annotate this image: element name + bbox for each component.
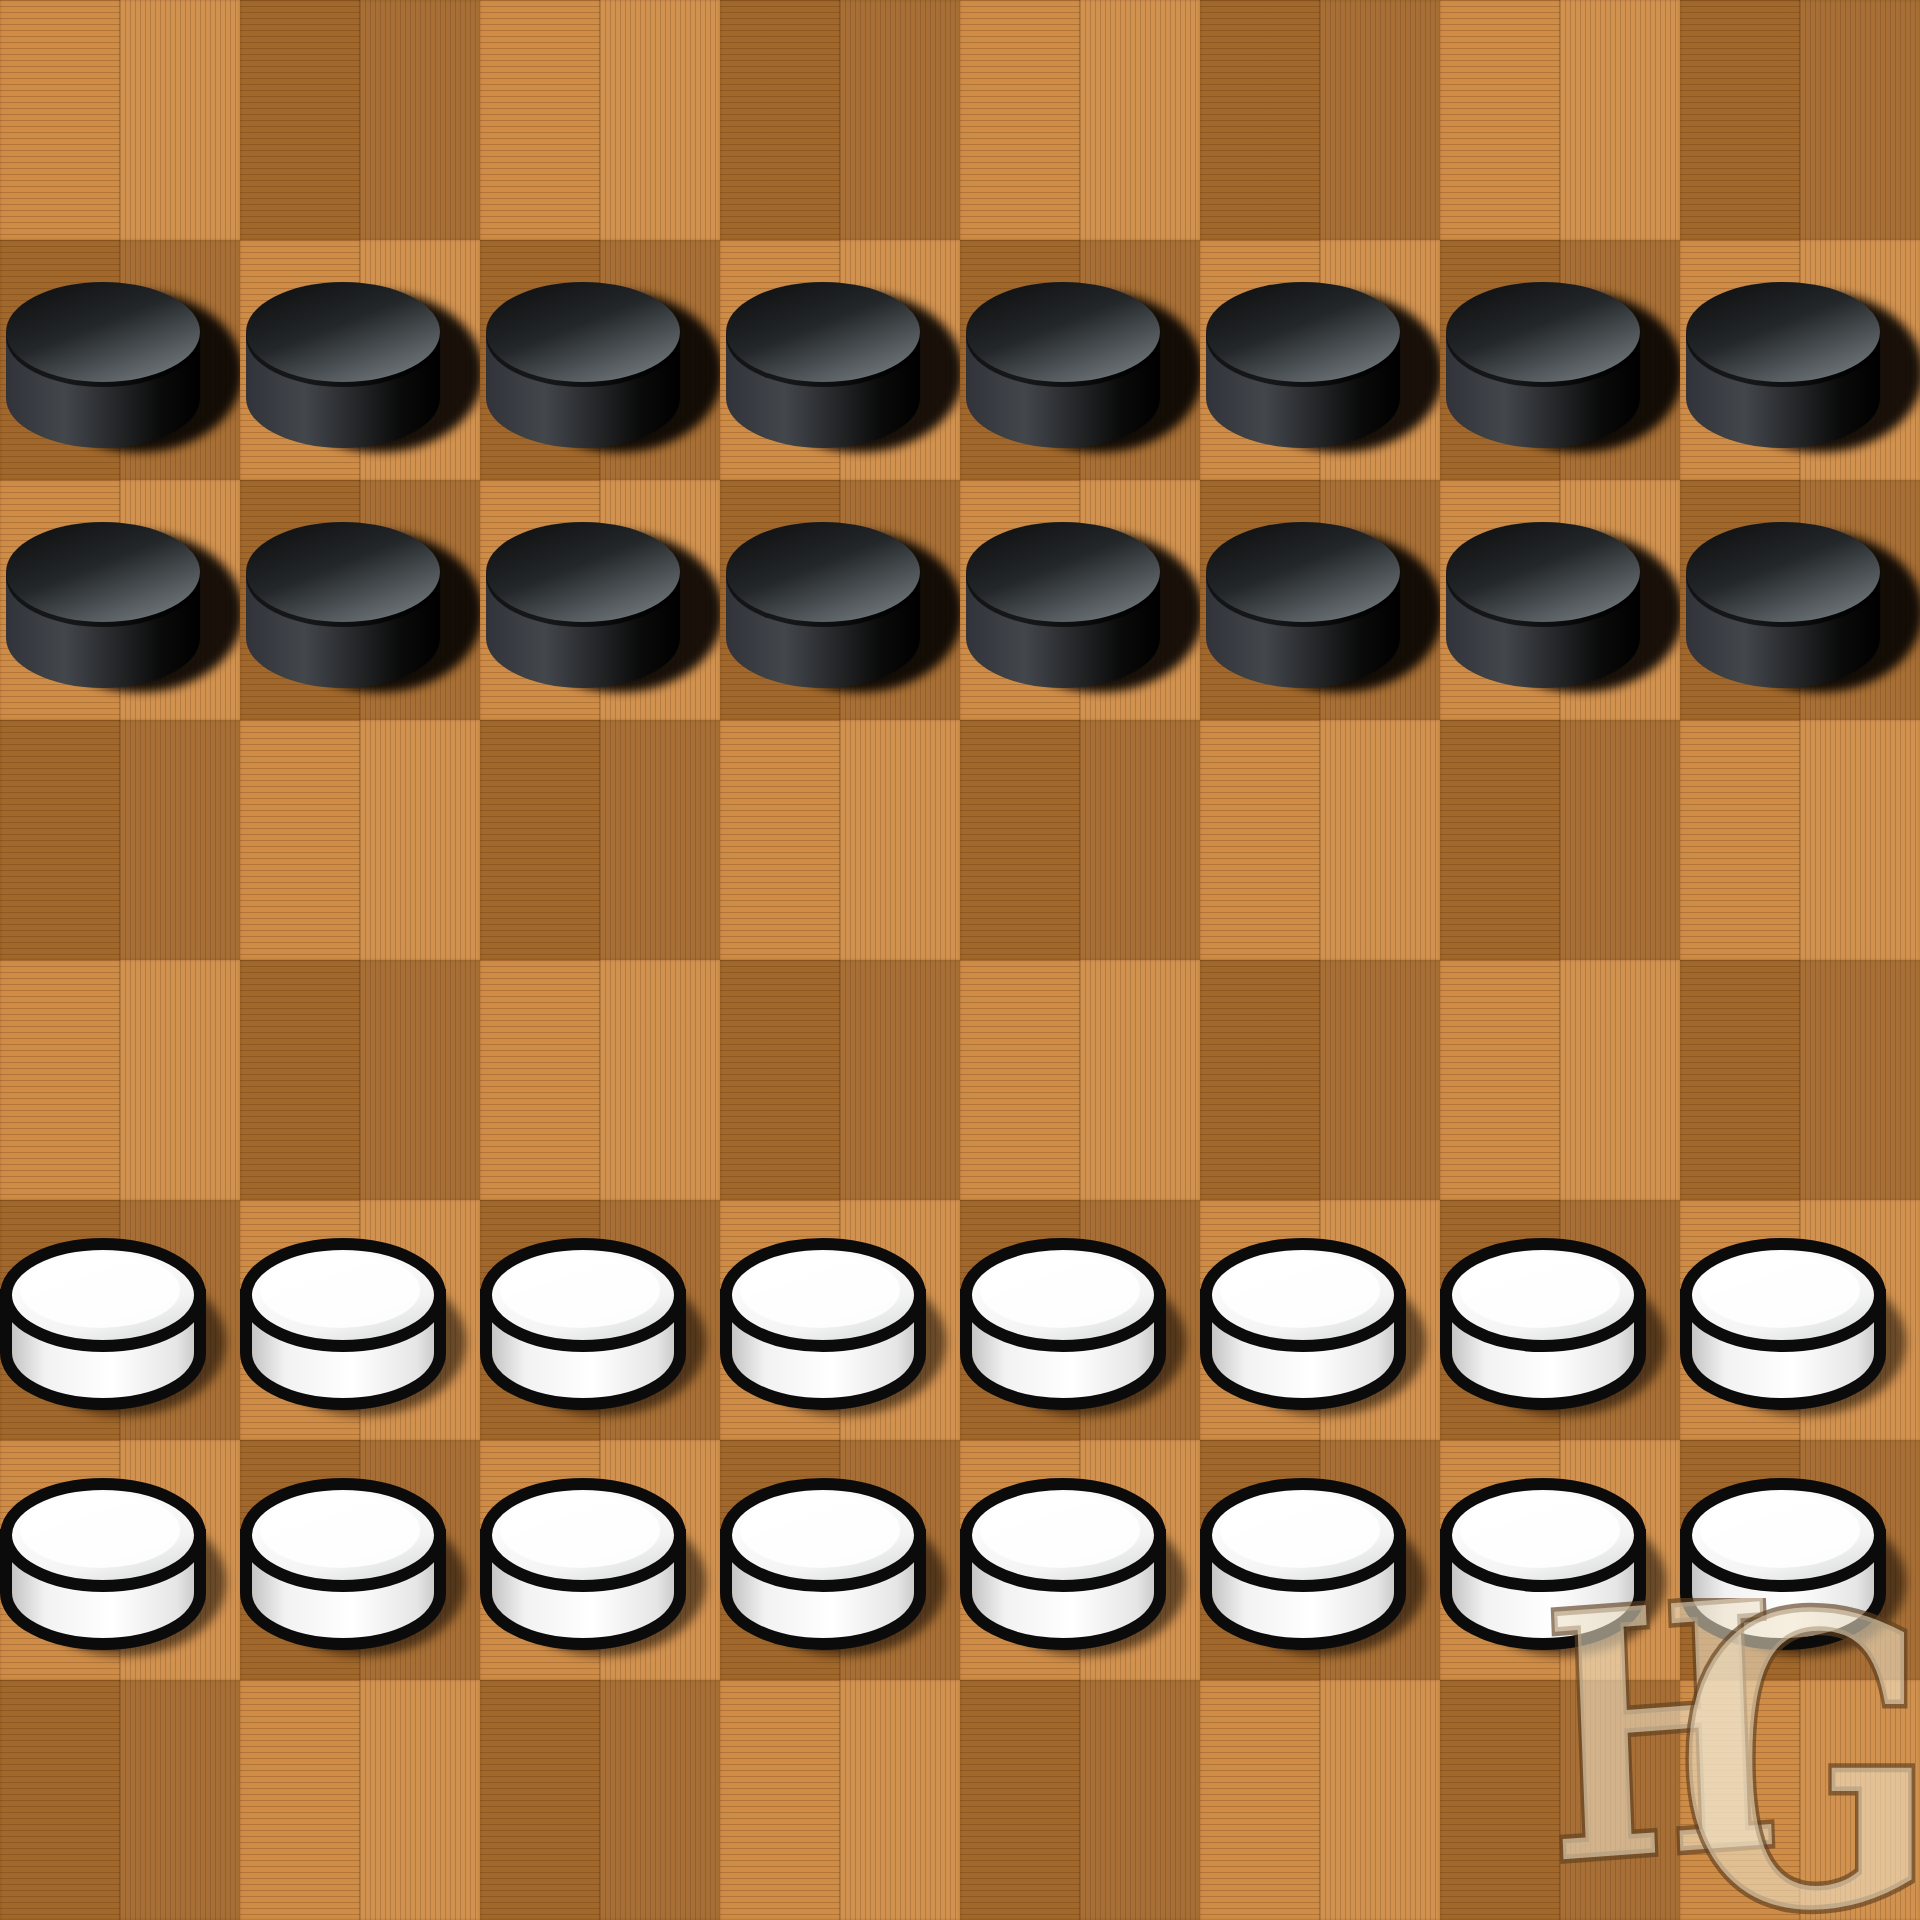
square-c1[interactable] (480, 1680, 720, 1920)
black-piece[interactable] (1200, 240, 1440, 480)
square-a3[interactable] (0, 1200, 240, 1440)
black-piece[interactable] (960, 240, 1200, 480)
white-piece[interactable] (0, 1200, 240, 1440)
square-c6[interactable] (480, 480, 720, 720)
white-piece[interactable] (240, 1440, 480, 1680)
square-h3[interactable] (1680, 1200, 1920, 1440)
square-d5[interactable] (720, 720, 960, 960)
square-g7[interactable] (1440, 240, 1680, 480)
square-g8[interactable] (1440, 0, 1680, 240)
square-e4[interactable] (960, 960, 1200, 1200)
square-b5[interactable] (240, 720, 480, 960)
white-piece[interactable] (0, 1440, 240, 1680)
square-h8[interactable] (1680, 0, 1920, 240)
square-c4[interactable] (480, 960, 720, 1200)
square-b1[interactable] (240, 1680, 480, 1920)
square-f2[interactable] (1200, 1440, 1440, 1680)
square-c3[interactable] (480, 1200, 720, 1440)
white-piece[interactable] (480, 1440, 720, 1680)
white-piece[interactable] (960, 1200, 1200, 1440)
square-f8[interactable] (1200, 0, 1440, 240)
square-e1[interactable] (960, 1680, 1200, 1920)
square-b3[interactable] (240, 1200, 480, 1440)
watermark-letter-g: G (1676, 1598, 1920, 1920)
square-g4[interactable] (1440, 960, 1680, 1200)
square-b4[interactable] (240, 960, 480, 1200)
white-piece[interactable] (1680, 1200, 1920, 1440)
square-d7[interactable] (720, 240, 960, 480)
square-e8[interactable] (960, 0, 1200, 240)
square-f3[interactable] (1200, 1200, 1440, 1440)
square-a4[interactable] (0, 960, 240, 1200)
square-b7[interactable] (240, 240, 480, 480)
square-d3[interactable] (720, 1200, 960, 1440)
square-e2[interactable] (960, 1440, 1200, 1680)
white-piece[interactable] (480, 1200, 720, 1440)
square-a8[interactable] (0, 0, 240, 240)
square-d2[interactable] (720, 1440, 960, 1680)
square-g5[interactable] (1440, 720, 1680, 960)
square-d1[interactable] (720, 1680, 960, 1920)
square-c2[interactable] (480, 1440, 720, 1680)
square-a7[interactable] (0, 240, 240, 480)
black-piece[interactable] (1680, 480, 1920, 720)
black-piece[interactable] (240, 240, 480, 480)
white-piece[interactable] (720, 1440, 960, 1680)
black-piece[interactable] (1680, 240, 1920, 480)
square-h7[interactable] (1680, 240, 1920, 480)
square-e5[interactable] (960, 720, 1200, 960)
black-piece[interactable] (480, 480, 720, 720)
square-e6[interactable] (960, 480, 1200, 720)
square-h5[interactable] (1680, 720, 1920, 960)
square-d8[interactable] (720, 0, 960, 240)
square-b2[interactable] (240, 1440, 480, 1680)
black-piece[interactable] (720, 240, 960, 480)
square-f7[interactable] (1200, 240, 1440, 480)
square-g6[interactable] (1440, 480, 1680, 720)
square-h6[interactable] (1680, 480, 1920, 720)
black-piece[interactable] (0, 480, 240, 720)
square-d6[interactable] (720, 480, 960, 720)
white-piece[interactable] (960, 1440, 1200, 1680)
black-piece[interactable] (480, 240, 720, 480)
square-c7[interactable] (480, 240, 720, 480)
square-f1[interactable] (1200, 1680, 1440, 1920)
square-a2[interactable] (0, 1440, 240, 1680)
square-a6[interactable] (0, 480, 240, 720)
black-piece[interactable] (1440, 480, 1680, 720)
square-f4[interactable] (1200, 960, 1440, 1200)
white-piece[interactable] (1200, 1200, 1440, 1440)
black-piece[interactable] (1200, 480, 1440, 720)
watermark-logo: H G (1538, 1598, 1920, 1920)
square-e7[interactable] (960, 240, 1200, 480)
square-a5[interactable] (0, 720, 240, 960)
black-piece[interactable] (0, 240, 240, 480)
black-piece[interactable] (720, 480, 960, 720)
square-c5[interactable] (480, 720, 720, 960)
black-piece[interactable] (960, 480, 1200, 720)
white-piece[interactable] (720, 1200, 960, 1440)
black-piece[interactable] (240, 480, 480, 720)
square-e3[interactable] (960, 1200, 1200, 1440)
square-c8[interactable] (480, 0, 720, 240)
white-piece[interactable] (1440, 1200, 1680, 1440)
square-f5[interactable] (1200, 720, 1440, 960)
white-piece[interactable] (1200, 1440, 1440, 1680)
square-g3[interactable] (1440, 1200, 1680, 1440)
square-h4[interactable] (1680, 960, 1920, 1200)
checkers-app: H G (0, 0, 1920, 1920)
square-f6[interactable] (1200, 480, 1440, 720)
white-piece[interactable] (240, 1200, 480, 1440)
black-piece[interactable] (1440, 240, 1680, 480)
square-b8[interactable] (240, 0, 480, 240)
square-b6[interactable] (240, 480, 480, 720)
square-d4[interactable] (720, 960, 960, 1200)
square-a1[interactable] (0, 1680, 240, 1920)
